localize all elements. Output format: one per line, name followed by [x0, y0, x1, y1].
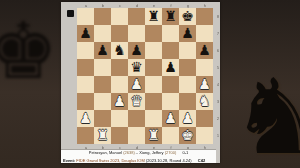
event-detail: (2023.10.28, Round 4.24) — [146, 159, 192, 164]
square-f4[interactable] — [162, 76, 179, 93]
rank-label-6: 6 — [215, 49, 221, 53]
square-a7[interactable]: ♟ — [77, 25, 94, 42]
black-queen: ♛ — [128, 59, 145, 76]
square-c5[interactable] — [111, 59, 128, 76]
white-king: ♚ — [179, 127, 196, 144]
black-pawn: ♟ — [128, 42, 145, 59]
background-knight-silhouette: ♞ — [230, 56, 300, 168]
square-g2[interactable]: ♟ — [179, 110, 196, 127]
square-h7[interactable] — [196, 25, 213, 42]
square-g4[interactable] — [179, 76, 196, 93]
square-h8[interactable] — [196, 8, 213, 25]
square-c3[interactable]: ♟ — [111, 93, 128, 110]
square-h6[interactable]: ♟ — [196, 42, 213, 59]
square-h2[interactable] — [196, 110, 213, 127]
square-b6[interactable]: ♟ — [94, 42, 111, 59]
rank-label-7: 7 — [215, 32, 221, 36]
chess-app-panel: ♜♜♚♟♟♟♞♟♟♛♟♟♟♟♛♞♟♟♟♜♜♚ aabbccddeeffgghh8… — [61, 2, 220, 163]
square-c2[interactable] — [111, 110, 128, 127]
screenshot-canvas: ♚ ♞ ♜♜♚♟♟♟♞♟♟♛♟♟♟♟♛♞♟♟♟♜♜♚ aabbccddeeffg… — [0, 0, 300, 168]
square-f5[interactable]: ♟ — [162, 59, 179, 76]
square-a3[interactable] — [77, 93, 94, 110]
rank-label-2: 2 — [215, 117, 221, 121]
event-label: Event: — [63, 159, 75, 164]
square-d3[interactable]: ♛ — [128, 93, 145, 110]
white-queen: ♛ — [128, 93, 145, 110]
square-a6[interactable] — [77, 42, 94, 59]
square-g8[interactable]: ♚ — [179, 8, 196, 25]
white-player-name: Petrosyan, Manuel — [89, 151, 122, 156]
square-e8[interactable]: ♜ — [145, 8, 162, 25]
square-b1[interactable]: ♜ — [94, 127, 111, 144]
square-b3[interactable] — [94, 93, 111, 110]
eco-code: C42 — [198, 159, 205, 164]
square-f7[interactable] — [162, 25, 179, 42]
white-pawn: ♟ — [111, 93, 128, 110]
white-pawn: ♟ — [77, 110, 94, 127]
white-pawn: ♟ — [196, 76, 213, 93]
square-g1[interactable]: ♚ — [179, 127, 196, 144]
square-d6[interactable]: ♟ — [128, 42, 145, 59]
event-line: Event: FIDE Grand Swiss 2023, Douglas IO… — [61, 159, 216, 163]
black-knight: ♞ — [111, 42, 128, 59]
background-king-silhouette: ♚ — [0, 6, 58, 96]
square-a5[interactable] — [77, 59, 94, 76]
square-c6[interactable]: ♞ — [111, 42, 128, 59]
square-d1[interactable] — [128, 127, 145, 144]
square-g5[interactable] — [179, 59, 196, 76]
white-knight: ♞ — [196, 93, 213, 110]
black-pawn: ♟ — [94, 42, 111, 59]
black-pawn: ♟ — [179, 25, 196, 42]
square-d2[interactable] — [128, 110, 145, 127]
black-king: ♚ — [179, 8, 196, 25]
square-e7[interactable] — [145, 25, 162, 42]
rank-label-8: 8 — [215, 15, 221, 19]
square-b5[interactable] — [94, 59, 111, 76]
square-f2[interactable]: ♟ — [162, 110, 179, 127]
white-player-elo: (2638) — [123, 151, 135, 156]
rank-label-1: 1 — [215, 134, 221, 138]
square-d4[interactable]: ♟ — [128, 76, 145, 93]
square-b4[interactable] — [94, 76, 111, 93]
players-separator: – — [136, 151, 138, 156]
square-e3[interactable] — [145, 93, 162, 110]
square-c4[interactable] — [111, 76, 128, 93]
file-label-top-f: f — [168, 3, 174, 7]
square-e4[interactable] — [145, 76, 162, 93]
square-h1[interactable] — [196, 127, 213, 144]
rank-label-4: 4 — [215, 83, 221, 87]
square-c7[interactable] — [111, 25, 128, 42]
black-rook: ♜ — [145, 8, 162, 25]
file-label-top-e: e — [151, 3, 157, 7]
square-f1[interactable] — [162, 127, 179, 144]
file-label-top-b: b — [100, 3, 106, 7]
file-label-top-g: g — [185, 3, 191, 7]
square-d5[interactable]: ♛ — [128, 59, 145, 76]
square-c1[interactable] — [111, 127, 128, 144]
black-player-elo: (2700) — [165, 151, 177, 156]
square-e2[interactable] — [145, 110, 162, 127]
white-pawn: ♟ — [128, 76, 145, 93]
square-a1[interactable] — [77, 127, 94, 144]
side-to-move-indicator — [67, 10, 74, 17]
white-pawn: ♟ — [162, 110, 179, 127]
square-d7[interactable] — [128, 25, 145, 42]
black-rook: ♜ — [162, 8, 179, 25]
square-e6[interactable] — [145, 42, 162, 59]
players-line: Petrosyan, Manuel (2638) – Xiong, Jeffer… — [61, 151, 216, 155]
square-h3[interactable]: ♞ — [196, 93, 213, 110]
file-label-top-c: c — [117, 3, 123, 7]
square-a2[interactable]: ♟ — [77, 110, 94, 127]
black-pawn: ♟ — [196, 42, 213, 59]
square-g3[interactable] — [179, 93, 196, 110]
file-label-top-d: d — [134, 3, 140, 7]
white-pawn: ♟ — [179, 110, 196, 127]
square-e1[interactable]: ♜ — [145, 127, 162, 144]
square-d8[interactable] — [128, 8, 145, 25]
file-label-top-a: a — [83, 3, 89, 7]
square-h5[interactable] — [196, 59, 213, 76]
rank-label-5: 5 — [215, 66, 221, 70]
event-name: FIDE Grand Swiss 2023, Douglas IOM — [76, 159, 144, 164]
chess-board[interactable]: ♜♜♚♟♟♟♞♟♟♛♟♟♟♟♛♞♟♟♟♜♜♚ — [77, 8, 213, 144]
square-c8[interactable] — [111, 8, 128, 25]
file-label-top-h: h — [202, 3, 208, 7]
rank-label-3: 3 — [215, 100, 221, 104]
square-g6[interactable] — [179, 42, 196, 59]
white-rook: ♜ — [145, 127, 162, 144]
square-h4[interactable]: ♟ — [196, 76, 213, 93]
square-b7[interactable] — [94, 25, 111, 42]
square-f3[interactable] — [162, 93, 179, 110]
square-f8[interactable]: ♜ — [162, 8, 179, 25]
game-result: 0-1 — [183, 151, 189, 156]
square-g7[interactable]: ♟ — [179, 25, 196, 42]
square-b8[interactable] — [94, 8, 111, 25]
square-e5[interactable] — [145, 59, 162, 76]
square-a4[interactable] — [77, 76, 94, 93]
white-rook: ♜ — [94, 127, 111, 144]
game-info-strip: Petrosyan, Manuel (2638) – Xiong, Jeffer… — [61, 149, 216, 163]
black-player-name: Xiong, Jeffery — [139, 151, 163, 156]
black-pawn: ♟ — [162, 59, 179, 76]
square-a8[interactable] — [77, 8, 94, 25]
square-b2[interactable] — [94, 110, 111, 127]
square-f6[interactable] — [162, 42, 179, 59]
black-pawn: ♟ — [77, 25, 94, 42]
